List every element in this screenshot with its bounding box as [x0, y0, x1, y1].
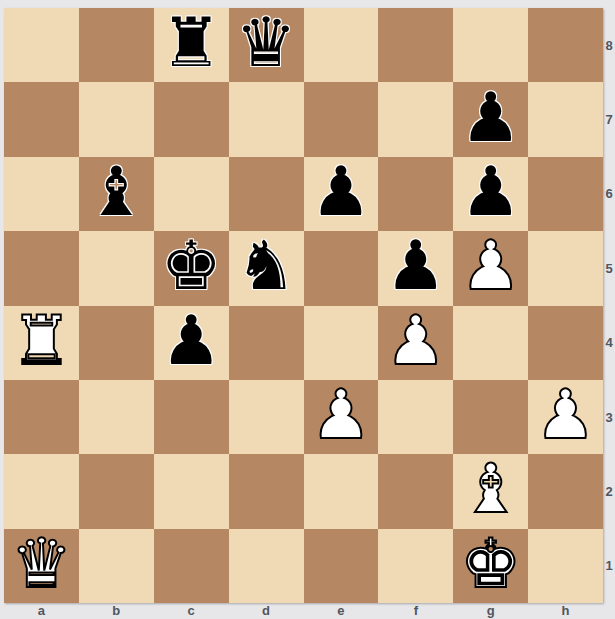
piece-black-rook[interactable]: ♜	[161, 8, 222, 80]
piece-black-pawn[interactable]: ♟	[310, 157, 371, 229]
square-d8[interactable]: ♛	[229, 8, 304, 82]
square-h6[interactable]	[528, 157, 603, 231]
square-a5[interactable]	[4, 231, 79, 305]
square-h3[interactable]: ♟	[528, 380, 603, 454]
square-e4[interactable]	[304, 306, 379, 380]
chessboard-app: ♜♛♟♝♟♟♚♞♟♟♜♟♟♟♟♝♛♚ abcdefgh 87654321	[0, 0, 615, 619]
square-f2[interactable]	[378, 454, 453, 528]
square-d5[interactable]: ♞	[229, 231, 304, 305]
piece-black-pawn[interactable]: ♟	[161, 306, 222, 378]
square-f1[interactable]	[378, 529, 453, 603]
piece-white-king[interactable]: ♚	[460, 529, 521, 601]
rank-label-3: 3	[603, 380, 615, 454]
square-f6[interactable]	[378, 157, 453, 231]
square-e7[interactable]	[304, 82, 379, 156]
square-b6[interactable]: ♝	[79, 157, 154, 231]
rank-label-8: 8	[603, 8, 615, 82]
square-g4[interactable]	[453, 306, 528, 380]
piece-white-pawn[interactable]: ♟	[310, 380, 371, 452]
square-f4[interactable]: ♟	[378, 306, 453, 380]
square-c4[interactable]: ♟	[154, 306, 229, 380]
file-label-c: c	[154, 603, 229, 619]
rank-label-2: 2	[603, 454, 615, 528]
square-a2[interactable]	[4, 454, 79, 528]
piece-black-queen[interactable]: ♛	[236, 8, 297, 80]
square-h8[interactable]	[528, 8, 603, 82]
file-label-g: g	[453, 603, 528, 619]
square-c3[interactable]	[154, 380, 229, 454]
piece-black-knight[interactable]: ♞	[236, 231, 297, 303]
square-a6[interactable]	[4, 157, 79, 231]
square-c2[interactable]	[154, 454, 229, 528]
square-d2[interactable]	[229, 454, 304, 528]
square-c5[interactable]: ♚	[154, 231, 229, 305]
rank-labels: 87654321	[603, 8, 615, 603]
square-g6[interactable]: ♟	[453, 157, 528, 231]
file-label-e: e	[304, 603, 379, 619]
square-e1[interactable]	[304, 529, 379, 603]
square-d1[interactable]	[229, 529, 304, 603]
file-labels: abcdefgh	[4, 603, 603, 619]
square-c7[interactable]	[154, 82, 229, 156]
square-g5[interactable]: ♟	[453, 231, 528, 305]
square-h2[interactable]	[528, 454, 603, 528]
board: ♜♛♟♝♟♟♚♞♟♟♜♟♟♟♟♝♛♚	[4, 8, 603, 603]
file-label-h: h	[528, 603, 603, 619]
square-h5[interactable]	[528, 231, 603, 305]
square-b1[interactable]	[79, 529, 154, 603]
file-label-f: f	[378, 603, 453, 619]
square-g3[interactable]	[453, 380, 528, 454]
square-f3[interactable]	[378, 380, 453, 454]
piece-black-bishop[interactable]: ♝	[86, 157, 147, 229]
rank-label-1: 1	[603, 529, 615, 603]
square-a4[interactable]: ♜	[4, 306, 79, 380]
piece-black-pawn[interactable]: ♟	[385, 231, 446, 303]
rank-label-5: 5	[603, 231, 615, 305]
square-h7[interactable]	[528, 82, 603, 156]
piece-white-bishop[interactable]: ♝	[460, 454, 521, 526]
square-b5[interactable]	[79, 231, 154, 305]
square-e3[interactable]: ♟	[304, 380, 379, 454]
piece-white-queen[interactable]: ♛	[11, 529, 72, 601]
square-d3[interactable]	[229, 380, 304, 454]
piece-white-pawn[interactable]: ♟	[460, 231, 521, 303]
file-label-b: b	[79, 603, 154, 619]
square-h1[interactable]	[528, 529, 603, 603]
piece-white-pawn[interactable]: ♟	[535, 380, 596, 452]
square-d7[interactable]	[229, 82, 304, 156]
square-e6[interactable]: ♟	[304, 157, 379, 231]
square-f7[interactable]	[378, 82, 453, 156]
square-b2[interactable]	[79, 454, 154, 528]
square-f8[interactable]	[378, 8, 453, 82]
file-label-a: a	[4, 603, 79, 619]
square-b4[interactable]	[79, 306, 154, 380]
square-c8[interactable]: ♜	[154, 8, 229, 82]
square-b7[interactable]	[79, 82, 154, 156]
square-g8[interactable]	[453, 8, 528, 82]
piece-white-pawn[interactable]: ♟	[385, 306, 446, 378]
square-g7[interactable]: ♟	[453, 82, 528, 156]
square-c6[interactable]	[154, 157, 229, 231]
piece-black-pawn[interactable]: ♟	[460, 82, 521, 154]
square-g1[interactable]: ♚	[453, 529, 528, 603]
square-a3[interactable]	[4, 380, 79, 454]
rank-label-6: 6	[603, 157, 615, 231]
square-h4[interactable]	[528, 306, 603, 380]
square-e5[interactable]	[304, 231, 379, 305]
square-d4[interactable]	[229, 306, 304, 380]
square-b3[interactable]	[79, 380, 154, 454]
square-c1[interactable]	[154, 529, 229, 603]
piece-black-king[interactable]: ♚	[161, 231, 222, 303]
rank-label-7: 7	[603, 82, 615, 156]
square-a7[interactable]	[4, 82, 79, 156]
piece-white-rook[interactable]: ♜	[11, 306, 72, 378]
square-g2[interactable]: ♝	[453, 454, 528, 528]
piece-black-pawn[interactable]: ♟	[460, 157, 521, 229]
square-d6[interactable]	[229, 157, 304, 231]
square-a1[interactable]: ♛	[4, 529, 79, 603]
square-f5[interactable]: ♟	[378, 231, 453, 305]
file-label-d: d	[229, 603, 304, 619]
square-b8[interactable]	[79, 8, 154, 82]
square-a8[interactable]	[4, 8, 79, 82]
rank-label-4: 4	[603, 306, 615, 380]
square-e2[interactable]	[304, 454, 379, 528]
square-e8[interactable]	[304, 8, 379, 82]
